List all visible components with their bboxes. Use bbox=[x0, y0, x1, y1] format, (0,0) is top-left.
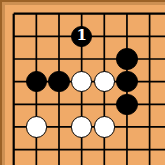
white-stone bbox=[71, 71, 93, 93]
black-stone bbox=[48, 71, 70, 93]
intersection-r6-c5[interactable] bbox=[93, 116, 116, 139]
black-stone: 1 bbox=[71, 26, 93, 48]
intersection-r4-c2[interactable] bbox=[25, 70, 48, 93]
black-stone bbox=[116, 71, 138, 93]
intersection-r1-c7[interactable] bbox=[138, 2, 161, 25]
intersection-r7-c5[interactable] bbox=[93, 138, 116, 161]
intersection-r5-c1[interactable] bbox=[2, 93, 25, 116]
move-label: 1 bbox=[76, 28, 86, 44]
intersection-r6-c1[interactable] bbox=[2, 116, 25, 139]
board-frame: 1 bbox=[0, 0, 165, 165]
intersection-r1-c6[interactable] bbox=[116, 2, 139, 25]
intersection-r4-c6[interactable] bbox=[116, 70, 139, 93]
intersection-r5-c3[interactable] bbox=[48, 93, 71, 116]
intersection-r3-c4[interactable] bbox=[70, 48, 93, 71]
white-stone bbox=[71, 116, 93, 138]
board-frame-highlight: 1 bbox=[2, 2, 165, 165]
black-stone bbox=[116, 48, 138, 70]
intersection-r5-c6[interactable] bbox=[116, 93, 139, 116]
intersection-r5-c5[interactable] bbox=[93, 93, 116, 116]
intersection-r7-c3[interactable] bbox=[48, 138, 71, 161]
intersection-r4-c1[interactable] bbox=[2, 70, 25, 93]
stone-grid: 1 bbox=[2, 2, 160, 160]
go-corner-diagram: 1 bbox=[0, 0, 165, 165]
intersection-r1-c4[interactable] bbox=[70, 2, 93, 25]
intersection-r3-c5[interactable] bbox=[93, 48, 116, 71]
intersection-r4-c3[interactable] bbox=[48, 70, 71, 93]
intersection-r2-c4[interactable]: 1 bbox=[70, 25, 93, 48]
intersection-r2-c6[interactable] bbox=[116, 25, 139, 48]
intersection-r3-c7[interactable] bbox=[138, 48, 161, 71]
white-stone bbox=[26, 116, 48, 138]
intersection-r7-c4[interactable] bbox=[70, 138, 93, 161]
intersection-r4-c4[interactable] bbox=[70, 70, 93, 93]
intersection-r2-c3[interactable] bbox=[48, 25, 71, 48]
intersection-r7-c1[interactable] bbox=[2, 138, 25, 161]
intersection-r2-c2[interactable] bbox=[25, 25, 48, 48]
intersection-r2-c7[interactable] bbox=[138, 25, 161, 48]
intersection-r5-c2[interactable] bbox=[25, 93, 48, 116]
black-stone bbox=[116, 94, 138, 116]
intersection-r3-c2[interactable] bbox=[25, 48, 48, 71]
intersection-r1-c2[interactable] bbox=[25, 2, 48, 25]
intersection-r6-c6[interactable] bbox=[116, 116, 139, 139]
intersection-r1-c3[interactable] bbox=[48, 2, 71, 25]
intersection-r6-c7[interactable] bbox=[138, 116, 161, 139]
intersection-r3-c3[interactable] bbox=[48, 48, 71, 71]
intersection-r6-c4[interactable] bbox=[70, 116, 93, 139]
intersection-r5-c7[interactable] bbox=[138, 93, 161, 116]
intersection-r6-c3[interactable] bbox=[48, 116, 71, 139]
black-stone bbox=[26, 71, 48, 93]
white-stone bbox=[94, 116, 116, 138]
go-board: 1 bbox=[5, 5, 165, 165]
white-stone bbox=[94, 71, 116, 93]
intersection-r2-c5[interactable] bbox=[93, 25, 116, 48]
intersection-r4-c5[interactable] bbox=[93, 70, 116, 93]
intersection-r3-c6[interactable] bbox=[116, 48, 139, 71]
intersection-r1-c5[interactable] bbox=[93, 2, 116, 25]
intersection-r6-c2[interactable] bbox=[25, 116, 48, 139]
intersection-r7-c7[interactable] bbox=[138, 138, 161, 161]
intersection-r5-c4[interactable] bbox=[70, 93, 93, 116]
intersection-r4-c7[interactable] bbox=[138, 70, 161, 93]
intersection-r7-c2[interactable] bbox=[25, 138, 48, 161]
intersection-r2-c1[interactable] bbox=[2, 25, 25, 48]
intersection-r3-c1[interactable] bbox=[2, 48, 25, 71]
intersection-r7-c6[interactable] bbox=[116, 138, 139, 161]
intersection-r1-c1[interactable] bbox=[2, 2, 25, 25]
